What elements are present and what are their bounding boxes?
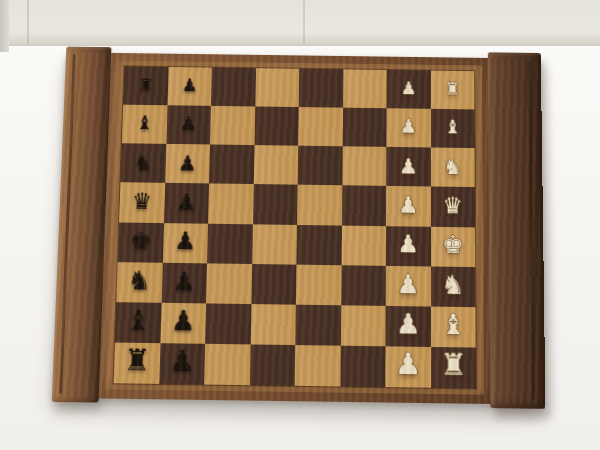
white-pawn[interactable]: ♟ bbox=[395, 350, 422, 380]
square[interactable]: ♟ bbox=[161, 262, 207, 303]
square[interactable]: ♞ bbox=[120, 144, 165, 184]
photo-scene: ♜♟♟♜♝♟♟♝♞♟♟♞♛♟♟♛♚♟♟♚♞♟♟♞♝♟♟♝♜♟♟♜ bbox=[0, 0, 600, 450]
black-bishop[interactable]: ♝ bbox=[125, 307, 151, 335]
square[interactable]: ♚ bbox=[431, 226, 476, 266]
square[interactable]: ♟ bbox=[386, 186, 431, 226]
square[interactable] bbox=[209, 145, 254, 185]
square[interactable] bbox=[250, 304, 296, 345]
wall-seam bbox=[27, 0, 29, 44]
white-rook[interactable]: ♜ bbox=[440, 351, 467, 381]
board-right-rail bbox=[488, 52, 546, 409]
black-pawn[interactable]: ♟ bbox=[181, 77, 197, 94]
square[interactable]: ♟ bbox=[386, 147, 430, 187]
square[interactable]: ♟ bbox=[166, 105, 211, 144]
black-king[interactable]: ♚ bbox=[129, 228, 152, 252]
black-knight[interactable]: ♞ bbox=[133, 152, 153, 173]
white-knight[interactable]: ♞ bbox=[441, 272, 465, 298]
white-pawn[interactable]: ♟ bbox=[400, 117, 417, 136]
square[interactable] bbox=[205, 303, 251, 344]
square[interactable] bbox=[343, 69, 387, 108]
square[interactable] bbox=[298, 146, 343, 186]
square[interactable]: ♞ bbox=[116, 262, 162, 303]
background-wall bbox=[0, 0, 600, 46]
square[interactable] bbox=[295, 304, 340, 345]
square[interactable]: ♚ bbox=[118, 222, 164, 262]
square[interactable]: ♜ bbox=[431, 347, 476, 389]
black-bishop[interactable]: ♝ bbox=[135, 114, 153, 133]
board-margin: ♜♟♟♜♝♟♟♝♞♟♟♞♛♟♟♛♚♟♟♚♞♟♟♞♝♟♟♝♜♟♟♜ bbox=[105, 61, 484, 395]
square[interactable]: ♟ bbox=[386, 108, 430, 147]
square[interactable] bbox=[207, 223, 252, 263]
square[interactable]: ♟ bbox=[164, 183, 209, 223]
square[interactable]: ♜ bbox=[430, 71, 474, 110]
white-queen[interactable]: ♛ bbox=[442, 194, 462, 217]
square[interactable] bbox=[297, 185, 342, 225]
square[interactable] bbox=[206, 263, 252, 304]
rail-groove bbox=[528, 60, 535, 400]
wall-corner-shadow bbox=[0, 0, 9, 52]
square[interactable]: ♟ bbox=[162, 223, 208, 263]
square[interactable] bbox=[296, 264, 341, 305]
square[interactable] bbox=[298, 107, 342, 146]
square[interactable] bbox=[253, 145, 298, 185]
square[interactable] bbox=[341, 265, 386, 306]
square[interactable] bbox=[340, 305, 385, 346]
square[interactable] bbox=[254, 107, 299, 146]
square[interactable]: ♝ bbox=[115, 302, 161, 343]
square[interactable] bbox=[342, 186, 387, 226]
square[interactable] bbox=[342, 108, 386, 147]
square[interactable] bbox=[252, 224, 297, 264]
black-pawn[interactable]: ♟ bbox=[170, 307, 196, 335]
square[interactable]: ♝ bbox=[122, 105, 167, 144]
square[interactable] bbox=[340, 346, 385, 388]
chessboard: ♜♟♟♜♝♟♟♝♞♟♟♞♛♟♟♛♚♟♟♚♞♟♟♞♝♟♟♝♜♟♟♜ bbox=[54, 52, 543, 404]
square[interactable] bbox=[341, 225, 386, 265]
square[interactable]: ♟ bbox=[385, 306, 430, 347]
black-pawn[interactable]: ♟ bbox=[172, 268, 196, 294]
square[interactable] bbox=[342, 147, 386, 187]
square[interactable]: ♝ bbox=[431, 306, 476, 347]
square[interactable]: ♟ bbox=[167, 67, 212, 106]
square[interactable]: ♜ bbox=[113, 342, 159, 384]
white-bishop[interactable]: ♝ bbox=[441, 311, 466, 339]
white-pawn[interactable]: ♟ bbox=[396, 310, 421, 338]
white-pawn[interactable]: ♟ bbox=[399, 155, 418, 176]
square[interactable] bbox=[204, 344, 250, 386]
black-rook[interactable]: ♜ bbox=[138, 76, 154, 93]
black-pawn[interactable]: ♟ bbox=[176, 190, 197, 213]
white-pawn[interactable]: ♟ bbox=[396, 271, 420, 297]
square[interactable] bbox=[296, 224, 341, 264]
black-pawn[interactable]: ♟ bbox=[174, 229, 197, 253]
square[interactable] bbox=[210, 106, 255, 145]
square[interactable]: ♛ bbox=[119, 183, 165, 223]
square[interactable]: ♟ bbox=[387, 70, 431, 109]
square[interactable] bbox=[295, 345, 341, 387]
square[interactable]: ♞ bbox=[431, 266, 476, 307]
square[interactable]: ♟ bbox=[160, 303, 206, 344]
square[interactable]: ♜ bbox=[123, 66, 168, 105]
wall-seam bbox=[303, 0, 305, 44]
square[interactable] bbox=[208, 184, 253, 224]
white-pawn[interactable]: ♟ bbox=[401, 80, 417, 97]
black-pawn[interactable]: ♟ bbox=[168, 347, 195, 377]
white-bishop[interactable]: ♝ bbox=[444, 118, 461, 137]
black-rook[interactable]: ♜ bbox=[123, 346, 151, 376]
square[interactable]: ♝ bbox=[430, 109, 474, 148]
white-rook[interactable]: ♜ bbox=[444, 80, 460, 97]
square[interactable] bbox=[249, 344, 295, 386]
black-pawn[interactable]: ♟ bbox=[180, 114, 198, 133]
square[interactable] bbox=[299, 69, 343, 108]
white-king[interactable]: ♚ bbox=[442, 233, 464, 258]
square[interactable] bbox=[255, 68, 299, 107]
square[interactable] bbox=[251, 264, 296, 305]
black-pawn[interactable]: ♟ bbox=[178, 152, 197, 173]
white-pawn[interactable]: ♟ bbox=[397, 232, 419, 257]
square[interactable]: ♟ bbox=[386, 265, 431, 306]
square[interactable]: ♟ bbox=[165, 144, 210, 184]
square[interactable]: ♞ bbox=[430, 148, 474, 188]
square[interactable]: ♟ bbox=[385, 346, 430, 388]
white-pawn[interactable]: ♟ bbox=[398, 194, 418, 217]
square[interactable] bbox=[253, 184, 298, 224]
black-knight[interactable]: ♞ bbox=[127, 267, 151, 293]
square[interactable]: ♟ bbox=[386, 226, 431, 266]
board-grid: ♜♟♟♜♝♟♟♝♞♟♟♞♛♟♟♛♚♟♟♚♞♟♟♞♝♟♟♝♜♟♟♜ bbox=[113, 66, 475, 388]
square[interactable]: ♟ bbox=[159, 343, 205, 385]
white-knight[interactable]: ♞ bbox=[443, 156, 462, 177]
square[interactable] bbox=[211, 68, 256, 107]
black-queen[interactable]: ♛ bbox=[131, 190, 152, 213]
square[interactable]: ♛ bbox=[430, 187, 475, 227]
